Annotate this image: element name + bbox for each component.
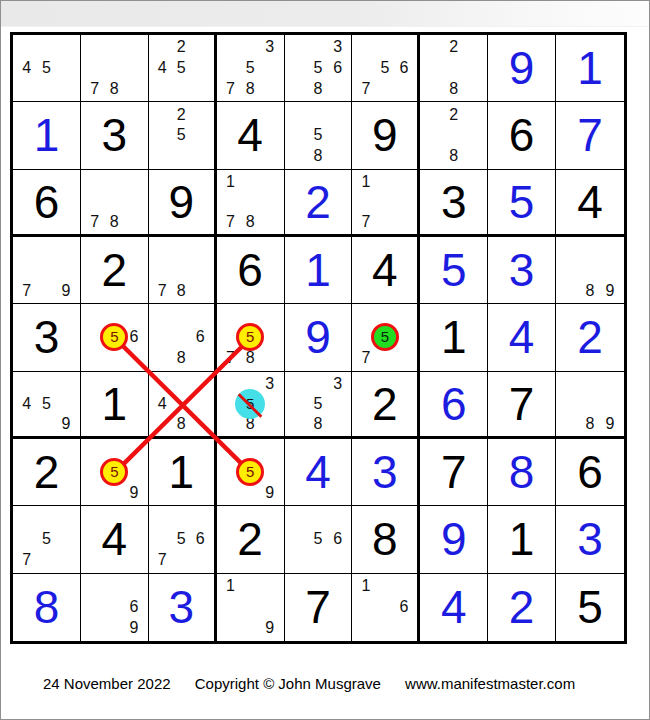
candidate-r4c1-2 — [37, 239, 57, 260]
candidate-r6c5-4 — [289, 394, 309, 414]
given-digit: 6 — [34, 179, 60, 225]
cell-r3c8: 5 — [488, 170, 556, 237]
candidate-r6c9-2 — [580, 374, 600, 394]
candidate-r6c9-8: 8 — [580, 414, 600, 434]
candidate-r3c4-6 — [260, 192, 280, 212]
cell-r8c3: 567 — [149, 506, 217, 573]
candidate-r9c4-6 — [260, 597, 280, 618]
candidate-r1c2-4 — [85, 58, 105, 79]
solved-digit: 1 — [577, 45, 603, 91]
candidate-r3c2-9 — [124, 212, 144, 232]
given-digit: 1 — [168, 449, 194, 495]
candidate-r3c4-5 — [240, 192, 260, 212]
candidate-r2c5-9 — [328, 146, 348, 167]
candidate-r9c2-1 — [85, 576, 105, 597]
candidate-r9c4-3 — [260, 576, 280, 597]
solved-digit: 1 — [34, 112, 60, 158]
candidate-r6c4-5: 5 — [240, 394, 260, 414]
cell-r7c9: 6 — [556, 439, 624, 506]
candidate-r9c6-6: 6 — [394, 597, 413, 618]
candidate-r6c5-3: 3 — [328, 374, 348, 394]
given-digit: 4 — [237, 112, 263, 158]
cell-r5c8: 4 — [488, 304, 556, 371]
candidate-r6c9-1 — [560, 374, 580, 394]
cell-r1c2: 78 — [81, 35, 149, 102]
candidate-r1c2-9 — [124, 79, 144, 100]
candidate-r1c3-3 — [191, 37, 210, 58]
given-digit: 3 — [102, 112, 128, 158]
candidate-r4c9-4 — [560, 260, 580, 281]
cell-r3c9: 4 — [556, 170, 624, 237]
given-digit: 9 — [372, 112, 398, 158]
footer-date: 24 November 2022 — [43, 675, 171, 692]
candidate-r1c5-9 — [328, 79, 348, 100]
candidate-r4c3-7: 7 — [153, 281, 172, 302]
cell-r5c2: 56 — [81, 304, 149, 371]
solved-digit: 1 — [305, 247, 331, 293]
candidate-r2c5-1 — [289, 104, 309, 125]
candidate-r2c3-1 — [153, 104, 172, 125]
cell-r4c5: 1 — [285, 237, 353, 304]
given-digit: 6 — [577, 449, 603, 495]
given-digit: 1 — [102, 381, 128, 427]
cell-r4c1: 79 — [13, 237, 81, 304]
candidate-r1c1-5: 5 — [37, 58, 57, 79]
cell-r9c8: 2 — [488, 574, 556, 641]
candidate-r1c1-3 — [56, 37, 76, 58]
cell-r2c1: 1 — [13, 102, 81, 169]
cell-r9c2: 69 — [81, 574, 149, 641]
cell-r1c4: 3578 — [217, 35, 285, 102]
candidate-r1c4-4 — [221, 58, 241, 79]
cell-r7c2: 59 — [81, 439, 149, 506]
cell-r7c7: 7 — [420, 439, 488, 506]
candidate-r9c2-6: 6 — [124, 597, 144, 618]
candidate-r1c3-1 — [153, 37, 172, 58]
candidate-r8c1-6 — [56, 529, 76, 550]
candidate-r6c4-1 — [221, 374, 241, 394]
candidate-r4c3-9 — [191, 281, 210, 302]
candidate-r7c2-7 — [85, 483, 105, 504]
given-digit: 3 — [441, 179, 467, 225]
cell-r4c3: 78 — [149, 237, 217, 304]
candidate-r8c3-6: 6 — [191, 529, 210, 550]
given-digit: 2 — [372, 381, 398, 427]
elimination-slash-icon — [238, 393, 263, 418]
candidate-r2c3-2: 2 — [172, 104, 191, 125]
cell-r3c3: 9 — [149, 170, 217, 237]
candidate-r8c3-8 — [172, 550, 191, 571]
candidate-r6c1-4: 4 — [17, 394, 37, 414]
candidate-r7c2-1 — [85, 441, 105, 462]
candidate-r8c5-9 — [328, 550, 348, 571]
cell-r6c8: 7 — [488, 372, 556, 439]
candidate-r3c2-3 — [124, 172, 144, 192]
candidate-r1c7-5 — [444, 58, 464, 79]
cell-r4c9: 89 — [556, 237, 624, 304]
candidate-r2c3-7 — [153, 146, 172, 167]
cell-r6c2: 1 — [81, 372, 149, 439]
candidate-r5c3-5 — [172, 327, 191, 348]
candidate-r1c6-9 — [394, 79, 413, 100]
candidate-r4c3-5 — [172, 260, 191, 281]
candidate-r8c3-9 — [191, 550, 210, 571]
candidate-r5c2-7 — [85, 348, 105, 369]
candidate-r8c3-2 — [172, 508, 191, 529]
candidate-r4c1-6 — [56, 260, 76, 281]
candidate-r2c3-8 — [172, 146, 191, 167]
cell-r5c6: 57 — [352, 304, 420, 371]
candidate-r9c6-8 — [375, 618, 394, 639]
candidate-r5c3-1 — [153, 306, 172, 327]
candidate-r1c5-5: 5 — [308, 58, 328, 79]
given-digit: 5 — [577, 584, 603, 630]
candidate-r6c9-7 — [560, 414, 580, 434]
cell-r1c8: 9 — [488, 35, 556, 102]
candidate-r2c5-4 — [289, 125, 309, 146]
solved-digit: 6 — [441, 381, 467, 427]
candidate-r5c2-5: 5 — [105, 327, 125, 348]
candidate-r6c3-6 — [191, 394, 210, 414]
cell-r6c7: 6 — [420, 372, 488, 439]
candidate-r1c3-6 — [191, 58, 210, 79]
solved-digit: 2 — [305, 179, 331, 225]
candidate-r8c5-6: 6 — [328, 529, 348, 550]
candidate-r7c2-5: 5 — [105, 462, 125, 483]
candidate-r1c7-9 — [464, 79, 484, 100]
candidate-r9c2-7 — [85, 618, 105, 639]
candidate-r3c2-4 — [85, 192, 105, 212]
cell-r1c1: 45 — [13, 35, 81, 102]
cell-r1c9: 1 — [556, 35, 624, 102]
cell-r5c1: 3 — [13, 304, 81, 371]
candidate-r1c6-5: 5 — [375, 58, 394, 79]
candidate-r1c1-9 — [56, 79, 76, 100]
candidate-r3c6-3 — [394, 172, 413, 192]
cell-r3c6: 17 — [352, 170, 420, 237]
candidate-r5c4-3 — [260, 306, 280, 327]
candidate-r8c1-1 — [17, 508, 37, 529]
candidate-r3c4-1: 1 — [221, 172, 241, 192]
cell-r1c7: 28 — [420, 35, 488, 102]
candidate-r1c2-5 — [105, 58, 125, 79]
title-bar — [1, 1, 650, 27]
candidate-r6c3-2 — [172, 374, 191, 394]
given-digit: 2 — [237, 516, 263, 562]
candidate-r1c4-6 — [260, 58, 280, 79]
candidate-r6c5-2 — [308, 374, 328, 394]
candidate-r5c3-6: 6 — [191, 327, 210, 348]
solved-digit: 8 — [509, 449, 535, 495]
candidate-r3c4-9 — [260, 212, 280, 232]
candidate-r3c2-2 — [105, 172, 125, 192]
candidate-r6c1-3 — [56, 374, 76, 394]
candidate-r1c5-8: 8 — [308, 79, 328, 100]
candidate-r1c4-3: 3 — [260, 37, 280, 58]
candidate-r6c9-3 — [600, 374, 620, 394]
candidate-r6c4-3: 3 — [260, 374, 280, 394]
candidate-r6c1-2 — [37, 374, 57, 394]
candidate-r9c4-8 — [240, 618, 260, 639]
cell-r9c4: 19 — [217, 574, 285, 641]
candidate-r5c2-3 — [124, 306, 144, 327]
solved-digit: 7 — [577, 112, 603, 158]
candidate-r1c6-8 — [375, 79, 394, 100]
cell-r8c8: 1 — [488, 506, 556, 573]
candidate-r1c7-2: 2 — [444, 37, 464, 58]
candidate-r8c1-3 — [56, 508, 76, 529]
cyan-circle-highlight: 5 — [235, 389, 265, 419]
candidate-r7c4-1 — [221, 441, 241, 462]
footer-copyright: Copyright © John Musgrave — [195, 675, 381, 692]
candidate-r3c4-2 — [240, 172, 260, 192]
candidate-r5c2-1 — [85, 306, 105, 327]
cell-r7c4: 59 — [217, 439, 285, 506]
cell-r2c6: 9 — [352, 102, 420, 169]
candidate-r8c1-7: 7 — [17, 550, 37, 571]
candidate-r7c4-5: 5 — [240, 462, 260, 483]
footer: 24 November 2022 Copyright © John Musgra… — [1, 675, 649, 692]
candidate-r5c2-9 — [124, 348, 144, 369]
candidate-r2c3-4 — [153, 125, 172, 146]
candidate-r1c6-2 — [375, 37, 394, 58]
candidate-r9c2-8 — [105, 618, 125, 639]
yellow-circle-highlight: 5 — [236, 458, 264, 486]
cell-r9c7: 4 — [420, 574, 488, 641]
cell-r8c7: 9 — [420, 506, 488, 573]
candidate-r1c2-2 — [105, 37, 125, 58]
candidate-r6c1-6 — [56, 394, 76, 414]
cell-r3c7: 3 — [420, 170, 488, 237]
candidate-r1c5-3: 3 — [328, 37, 348, 58]
given-digit: 4 — [102, 516, 128, 562]
candidate-r9c6-7 — [356, 618, 375, 639]
candidate-r6c4-9 — [260, 414, 280, 434]
candidate-r8c1-8 — [37, 550, 57, 571]
given-digit: 8 — [372, 516, 398, 562]
solved-digit: 2 — [509, 584, 535, 630]
candidate-r3c4-4 — [221, 192, 241, 212]
candidate-r4c9-9: 9 — [600, 281, 620, 302]
cell-r6c6: 2 — [352, 372, 420, 439]
footer-site-link[interactable]: www.manifestmaster.com — [405, 675, 575, 692]
candidate-r7c4-3 — [260, 441, 280, 462]
candidate-r1c1-6 — [56, 58, 76, 79]
candidate-r8c5-2 — [308, 508, 328, 529]
candidate-r1c6-1 — [356, 37, 375, 58]
candidate-r5c4-1 — [221, 306, 241, 327]
candidate-r2c3-6 — [191, 125, 210, 146]
candidate-r3c4-3 — [260, 172, 280, 192]
candidate-r4c1-3 — [56, 239, 76, 260]
candidate-r3c2-8: 8 — [105, 212, 125, 232]
solved-digit: 3 — [168, 584, 194, 630]
candidate-r4c9-3 — [600, 239, 620, 260]
candidate-r4c9-7 — [560, 281, 580, 302]
solved-digit: 5 — [509, 179, 535, 225]
cell-r6c5: 358 — [285, 372, 353, 439]
solved-digit: 9 — [441, 516, 467, 562]
cell-r4c2: 2 — [81, 237, 149, 304]
candidate-r1c1-4: 4 — [17, 58, 37, 79]
candidate-r5c6-3 — [394, 306, 413, 327]
given-digit: 2 — [102, 247, 128, 293]
candidate-r2c5-2 — [308, 104, 328, 125]
candidate-r2c3-3 — [191, 104, 210, 125]
candidate-r2c7-3 — [464, 104, 484, 125]
candidate-r1c4-2 — [240, 37, 260, 58]
candidate-r2c7-2: 2 — [444, 104, 464, 125]
candidate-r8c5-3 — [328, 508, 348, 529]
cell-r8c5: 56 — [285, 506, 353, 573]
candidate-r5c3-7 — [153, 348, 172, 369]
cell-r5c5: 9 — [285, 304, 353, 371]
candidate-r9c6-5 — [375, 597, 394, 618]
candidate-r1c4-1 — [221, 37, 241, 58]
candidate-r1c1-1 — [17, 37, 37, 58]
candidate-r6c1-8 — [37, 414, 57, 434]
candidate-r7c2-3 — [124, 441, 144, 462]
candidate-r7c4-9: 9 — [260, 483, 280, 504]
solved-digit: 9 — [305, 314, 331, 360]
candidate-r5c3-8: 8 — [172, 348, 191, 369]
candidate-r4c1-9: 9 — [56, 281, 76, 302]
candidate-r3c6-4 — [356, 192, 375, 212]
candidate-r9c2-4 — [85, 597, 105, 618]
candidate-r6c3-3 — [191, 374, 210, 394]
cell-r8c4: 2 — [217, 506, 285, 573]
candidate-r3c6-1: 1 — [356, 172, 375, 192]
candidate-r1c5-6: 6 — [328, 58, 348, 79]
candidate-r2c5-5: 5 — [308, 125, 328, 146]
candidate-r6c5-5: 5 — [308, 394, 328, 414]
candidate-r8c3-1 — [153, 508, 172, 529]
candidate-r6c1-1 — [17, 374, 37, 394]
candidate-r4c3-1 — [153, 239, 172, 260]
given-digit: 3 — [34, 314, 60, 360]
cell-r3c1: 6 — [13, 170, 81, 237]
candidate-r1c6-4 — [356, 58, 375, 79]
cell-r6c1: 459 — [13, 372, 81, 439]
candidate-r6c5-8: 8 — [308, 414, 328, 434]
candidate-r4c9-5 — [580, 260, 600, 281]
cell-r2c8: 6 — [488, 102, 556, 169]
candidate-r8c3-7: 7 — [153, 550, 172, 571]
candidate-r8c5-1 — [289, 508, 309, 529]
candidate-r1c3-4: 4 — [153, 58, 172, 79]
candidate-r9c2-2 — [105, 576, 125, 597]
solved-digit: 2 — [577, 314, 603, 360]
green-circle-highlight: 5 — [371, 323, 399, 351]
candidate-r8c1-9 — [56, 550, 76, 571]
candidate-r4c9-8: 8 — [580, 281, 600, 302]
candidate-r9c4-9: 9 — [260, 618, 280, 639]
candidate-r2c5-7 — [289, 146, 309, 167]
candidate-r4c9-6 — [600, 260, 620, 281]
candidate-r1c1-8 — [37, 79, 57, 100]
candidate-r7c2-9: 9 — [124, 483, 144, 504]
cell-r5c4: 578 — [217, 304, 285, 371]
candidate-r5c3-2 — [172, 306, 191, 327]
candidate-r4c3-4 — [153, 260, 172, 281]
candidate-r8c1-5: 5 — [37, 529, 57, 550]
given-digit: 2 — [34, 449, 60, 495]
candidate-r1c7-6 — [464, 58, 484, 79]
candidate-r8c3-5: 5 — [172, 529, 191, 550]
candidate-r2c7-5 — [444, 125, 464, 146]
candidate-r4c1-7: 7 — [17, 281, 37, 302]
candidate-r1c7-4 — [424, 58, 444, 79]
cell-r8c1: 57 — [13, 506, 81, 573]
cell-r2c9: 7 — [556, 102, 624, 169]
cell-r5c3: 68 — [149, 304, 217, 371]
yellow-circle-highlight: 5 — [100, 458, 128, 486]
solved-digit: 5 — [441, 247, 467, 293]
cell-r2c7: 28 — [420, 102, 488, 169]
candidate-r9c2-5 — [105, 597, 125, 618]
candidate-r6c9-4 — [560, 394, 580, 414]
cell-r9c3: 3 — [149, 574, 217, 641]
given-digit: 7 — [509, 381, 535, 427]
cell-r2c5: 58 — [285, 102, 353, 169]
candidate-r3c6-6 — [394, 192, 413, 212]
cell-r5c9: 2 — [556, 304, 624, 371]
candidate-r8c5-7 — [289, 550, 309, 571]
candidate-r9c2-9: 9 — [124, 618, 144, 639]
candidate-r2c5-3 — [328, 104, 348, 125]
given-digit: 6 — [509, 112, 535, 158]
cell-r9c9: 5 — [556, 574, 624, 641]
candidate-r2c7-6 — [464, 125, 484, 146]
candidate-r1c2-8: 8 — [105, 79, 125, 100]
candidate-r6c1-7 — [17, 414, 37, 434]
candidate-r2c5-8: 8 — [308, 146, 328, 167]
solved-digit: 4 — [509, 314, 535, 360]
cell-r4c4: 6 — [217, 237, 285, 304]
candidate-r9c6-3 — [394, 576, 413, 597]
candidate-r1c4-8: 8 — [240, 79, 260, 100]
solved-digit: 3 — [509, 247, 535, 293]
candidate-r1c2-6 — [124, 58, 144, 79]
candidate-r2c3-5: 5 — [172, 125, 191, 146]
cell-r5c7: 1 — [420, 304, 488, 371]
candidate-r1c3-9 — [191, 79, 210, 100]
cell-r2c2: 3 — [81, 102, 149, 169]
page: { "game": "sudoku", "position": { "grid"… — [0, 0, 650, 720]
cell-r1c6: 567 — [352, 35, 420, 102]
candidate-r4c3-3 — [191, 239, 210, 260]
cell-r4c7: 5 — [420, 237, 488, 304]
sudoku-board: 4578245357835685672891132545892867678917… — [10, 32, 627, 644]
candidate-r3c6-2 — [375, 172, 394, 192]
candidate-r1c7-8: 8 — [444, 79, 464, 100]
candidate-r3c6-7: 7 — [356, 212, 375, 232]
candidate-r5c4-7: 7 — [221, 348, 241, 369]
candidate-r3c2-1 — [85, 172, 105, 192]
cell-r7c6: 3 — [352, 439, 420, 506]
cell-r7c8: 8 — [488, 439, 556, 506]
given-digit: 6 — [237, 247, 263, 293]
candidate-r1c6-3 — [394, 37, 413, 58]
candidate-r2c7-4 — [424, 125, 444, 146]
candidate-r9c6-4 — [356, 597, 375, 618]
candidate-r6c3-7 — [153, 414, 172, 434]
candidate-r4c9-2 — [580, 239, 600, 260]
candidate-r4c1-1 — [17, 239, 37, 260]
candidate-r6c5-1 — [289, 374, 309, 394]
candidate-r9c4-1: 1 — [221, 576, 241, 597]
candidate-r6c3-9 — [191, 414, 210, 434]
